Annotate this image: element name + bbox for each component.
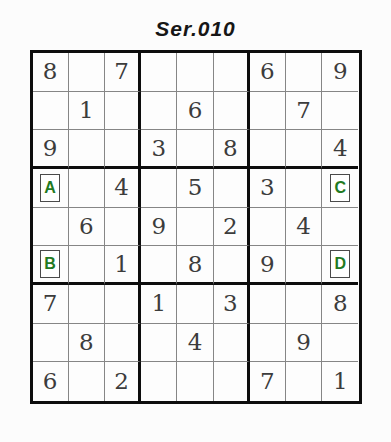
cell-r8c4[interactable] [141,324,177,363]
given-digit: 7 [114,60,129,83]
cell-r4c8[interactable] [286,169,322,208]
marker-box-A: A [40,174,60,202]
puzzle-title: Ser.010 [0,17,391,41]
cell-r9c4[interactable] [141,362,177,401]
given-digit: 1 [114,253,129,276]
cell-r1c5[interactable] [177,53,213,92]
cell-r8c9[interactable] [322,324,358,363]
given-digit: 9 [151,215,166,238]
cell-r7c3[interactable] [105,285,141,324]
cell-r2c1[interactable] [33,92,69,131]
cell-r2c3[interactable] [105,92,141,131]
cell-r6c3[interactable]: 1 [105,246,141,285]
cell-r7c7[interactable] [250,285,286,324]
cell-r5c4[interactable]: 9 [141,208,177,247]
cell-r3c2[interactable] [69,130,105,169]
cell-r1c6[interactable] [214,53,250,92]
cell-r6c5[interactable]: 8 [177,246,213,285]
given-digit: 9 [43,137,58,160]
given-digit: 3 [151,137,166,160]
cell-r7c5[interactable] [177,285,213,324]
cell-r3c9[interactable]: 4 [322,130,358,169]
cell-r7c2[interactable] [69,285,105,324]
cell-r8c8[interactable]: 9 [286,324,322,363]
cell-r7c4[interactable]: 1 [141,285,177,324]
cell-r9c9[interactable]: 1 [322,362,358,401]
given-digit: 6 [260,60,275,83]
marker-letter-C: C [335,180,347,196]
marker-letter-A: A [44,180,56,196]
sudoku-board: 87691679384A453C6924B189D71388496271 [30,50,362,404]
cell-r4c7[interactable]: 3 [250,169,286,208]
cell-r4c2[interactable] [69,169,105,208]
cell-r8c1[interactable] [33,324,69,363]
cell-r3c6[interactable]: 8 [214,130,250,169]
given-digit: 6 [43,370,58,393]
marker-box-D: D [330,250,350,278]
cell-r2c2[interactable]: 1 [69,92,105,131]
cell-r2c7[interactable] [250,92,286,131]
cell-r7c9[interactable]: 8 [322,285,358,324]
cell-r9c6[interactable] [214,362,250,401]
cell-r4c1[interactable]: A [33,169,69,208]
cell-r1c7[interactable]: 6 [250,53,286,92]
given-digit: 4 [333,137,348,160]
given-digit: 9 [296,331,311,354]
given-digit: 8 [188,253,203,276]
given-digit: 8 [333,292,348,315]
cell-r5c7[interactable] [250,208,286,247]
cell-r8c2[interactable]: 8 [69,324,105,363]
cell-r9c3[interactable]: 2 [105,362,141,401]
cell-r1c4[interactable] [141,53,177,92]
cell-r3c4[interactable]: 3 [141,130,177,169]
given-digit: 5 [188,176,203,199]
cell-r3c8[interactable] [286,130,322,169]
cell-r1c8[interactable] [286,53,322,92]
cell-r6c8[interactable] [286,246,322,285]
cell-r4c6[interactable] [214,169,250,208]
cell-r2c9[interactable] [322,92,358,131]
cell-r2c8[interactable]: 7 [286,92,322,131]
given-digit: 1 [79,99,94,122]
given-digit: 8 [79,331,94,354]
cell-r9c2[interactable] [69,362,105,401]
cell-r1c9[interactable]: 9 [322,53,358,92]
marker-box-B: B [40,250,60,278]
cell-r3c1[interactable]: 9 [33,130,69,169]
cell-r5c9[interactable] [322,208,358,247]
cell-r6c7[interactable]: 9 [250,246,286,285]
cell-r3c3[interactable] [105,130,141,169]
cell-r6c9[interactable]: D [322,246,358,285]
given-digit: 1 [333,370,348,393]
cell-r9c5[interactable] [177,362,213,401]
cell-r2c6[interactable] [214,92,250,131]
cell-r8c7[interactable] [250,324,286,363]
cell-r9c1[interactable]: 6 [33,362,69,401]
cell-r4c3[interactable]: 4 [105,169,141,208]
cell-r3c7[interactable] [250,130,286,169]
cell-r6c6[interactable] [214,246,250,285]
cell-r4c4[interactable] [141,169,177,208]
marker-letter-B: B [44,256,56,272]
given-digit: 3 [260,176,275,199]
given-digit: 9 [260,253,275,276]
cell-r3c5[interactable] [177,130,213,169]
given-digit: 4 [188,331,203,354]
cell-r2c4[interactable] [141,92,177,131]
cell-r1c3[interactable]: 7 [105,53,141,92]
cell-r5c6[interactable]: 2 [214,208,250,247]
cell-r5c2[interactable]: 6 [69,208,105,247]
given-digit: 4 [296,215,311,238]
marker-box-C: C [330,174,350,202]
cell-r5c5[interactable] [177,208,213,247]
given-digit: 2 [223,215,238,238]
cell-r5c8[interactable]: 4 [286,208,322,247]
cell-r4c9[interactable]: C [322,169,358,208]
cell-r8c6[interactable] [214,324,250,363]
cell-r5c3[interactable] [105,208,141,247]
sudoku-page: Ser.010 87691679384A453C6924B189D7138849… [0,17,391,404]
cell-r2c5[interactable]: 6 [177,92,213,131]
given-digit: 7 [260,370,275,393]
cell-r7c1[interactable]: 7 [33,285,69,324]
cell-r8c5[interactable]: 4 [177,324,213,363]
cell-r1c1[interactable]: 8 [33,53,69,92]
cell-r6c4[interactable] [141,246,177,285]
given-digit: 8 [43,60,58,83]
cell-r8c3[interactable] [105,324,141,363]
given-digit: 7 [296,99,311,122]
cell-r1c2[interactable] [69,53,105,92]
given-digit: 8 [223,137,238,160]
given-digit: 9 [333,60,348,83]
marker-letter-D: D [335,256,347,272]
given-digit: 3 [223,292,238,315]
cell-r4c5[interactable]: 5 [177,169,213,208]
given-digit: 7 [43,292,58,315]
given-digit: 4 [114,176,129,199]
given-digit: 2 [114,370,129,393]
cell-r6c2[interactable] [69,246,105,285]
given-digit: 6 [188,99,203,122]
cell-r5c1[interactable] [33,208,69,247]
cell-r9c8[interactable] [286,362,322,401]
cell-r6c1[interactable]: B [33,246,69,285]
given-digit: 1 [151,292,166,315]
cell-r7c8[interactable] [286,285,322,324]
cell-r9c7[interactable]: 7 [250,362,286,401]
cell-r7c6[interactable]: 3 [214,285,250,324]
given-digit: 6 [79,215,94,238]
